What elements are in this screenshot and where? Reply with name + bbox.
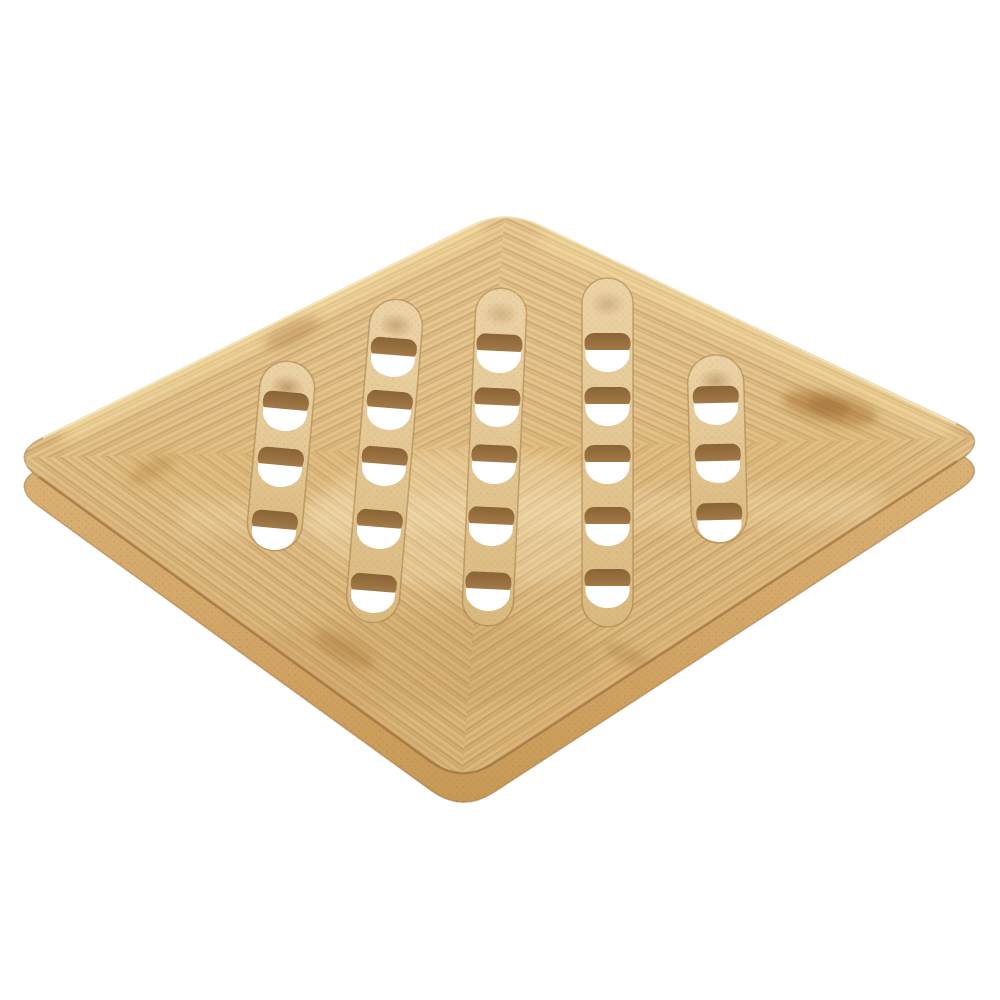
vent-hole xyxy=(585,333,631,372)
vent-hole xyxy=(585,569,631,608)
product-photo xyxy=(0,0,1000,1000)
vent-hole xyxy=(585,507,631,546)
vent-hole xyxy=(585,387,631,426)
photo-stage xyxy=(0,0,1000,1000)
vent-hole xyxy=(585,445,631,484)
trivet-illustration xyxy=(0,0,1000,1000)
